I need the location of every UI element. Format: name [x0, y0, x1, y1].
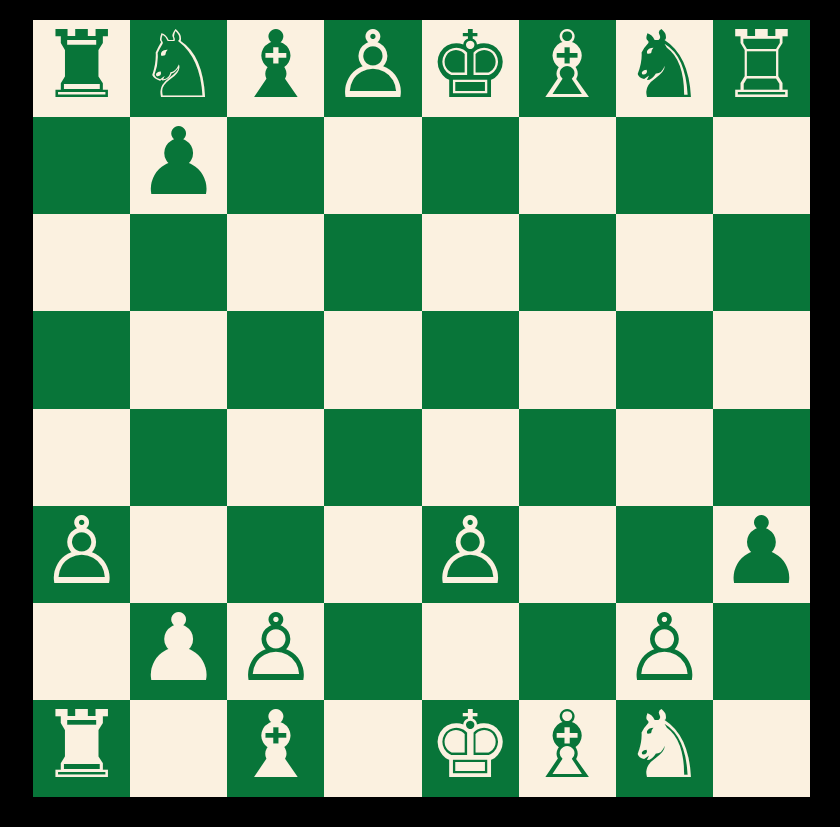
square-f5[interactable] — [519, 311, 616, 408]
square-e6[interactable] — [422, 214, 519, 311]
square-g2[interactable]: ♙ — [616, 603, 713, 700]
piece-black-pawn[interactable]: ♙ — [428, 506, 511, 598]
square-c2[interactable]: ♙ — [227, 603, 324, 700]
square-f7[interactable] — [519, 117, 616, 214]
square-a8[interactable]: ♜ — [33, 20, 130, 117]
square-a4[interactable] — [33, 409, 130, 506]
piece-black-knight[interactable]: ♞ — [623, 20, 706, 112]
piece-black-pawn[interactable]: ♙ — [331, 20, 414, 112]
square-c3[interactable] — [227, 506, 324, 603]
square-g8[interactable]: ♞ — [616, 20, 713, 117]
square-h6[interactable] — [713, 214, 810, 311]
square-a7[interactable] — [33, 117, 130, 214]
square-c5[interactable] — [227, 311, 324, 408]
square-f2[interactable] — [519, 603, 616, 700]
piece-black-king[interactable]: ♚ — [428, 20, 511, 112]
piece-black-pawn[interactable]: ♙ — [40, 506, 123, 598]
square-c8[interactable]: ♝ — [227, 20, 324, 117]
square-h2[interactable] — [713, 603, 810, 700]
piece-black-bishop[interactable]: ♝ — [234, 20, 317, 112]
square-d1[interactable] — [324, 700, 421, 797]
square-d5[interactable] — [324, 311, 421, 408]
square-f4[interactable] — [519, 409, 616, 506]
square-e2[interactable] — [422, 603, 519, 700]
square-h3[interactable]: ♟ — [713, 506, 810, 603]
square-g7[interactable] — [616, 117, 713, 214]
square-b1[interactable] — [130, 700, 227, 797]
square-g6[interactable] — [616, 214, 713, 311]
square-e7[interactable] — [422, 117, 519, 214]
piece-black-knight[interactable]: ♘ — [137, 20, 220, 112]
square-b6[interactable] — [130, 214, 227, 311]
square-b5[interactable] — [130, 311, 227, 408]
piece-white-pawn[interactable]: ♙ — [234, 603, 317, 695]
square-b2[interactable]: ♟ — [130, 603, 227, 700]
square-h1[interactable] — [713, 700, 810, 797]
piece-white-knight[interactable]: ♞ — [623, 700, 706, 792]
square-d8[interactable]: ♙ — [324, 20, 421, 117]
piece-black-pawn[interactable]: ♟ — [137, 117, 220, 209]
square-c1[interactable]: ♝ — [227, 700, 324, 797]
square-e1[interactable]: ♚ — [422, 700, 519, 797]
piece-white-king[interactable]: ♚ — [428, 700, 511, 792]
square-a1[interactable]: ♜ — [33, 700, 130, 797]
square-g4[interactable] — [616, 409, 713, 506]
square-f8[interactable]: ♗ — [519, 20, 616, 117]
square-d6[interactable] — [324, 214, 421, 311]
square-d2[interactable] — [324, 603, 421, 700]
piece-white-rook[interactable]: ♜ — [40, 700, 123, 792]
square-h7[interactable] — [713, 117, 810, 214]
square-f3[interactable] — [519, 506, 616, 603]
square-e8[interactable]: ♚ — [422, 20, 519, 117]
square-d3[interactable] — [324, 506, 421, 603]
piece-white-bishop[interactable]: ♗ — [526, 700, 609, 792]
piece-black-pawn[interactable]: ♟ — [720, 506, 803, 598]
square-b4[interactable] — [130, 409, 227, 506]
square-g3[interactable] — [616, 506, 713, 603]
piece-black-bishop[interactable]: ♗ — [526, 20, 609, 112]
piece-white-pawn[interactable]: ♟ — [137, 603, 220, 695]
square-e4[interactable] — [422, 409, 519, 506]
square-a3[interactable]: ♙ — [33, 506, 130, 603]
square-c6[interactable] — [227, 214, 324, 311]
square-b7[interactable]: ♟ — [130, 117, 227, 214]
square-a6[interactable] — [33, 214, 130, 311]
square-b8[interactable]: ♘ — [130, 20, 227, 117]
square-h4[interactable] — [713, 409, 810, 506]
piece-black-rook[interactable]: ♜ — [40, 20, 123, 112]
square-e3[interactable]: ♙ — [422, 506, 519, 603]
square-b3[interactable] — [130, 506, 227, 603]
square-g5[interactable] — [616, 311, 713, 408]
square-e5[interactable] — [422, 311, 519, 408]
square-d4[interactable] — [324, 409, 421, 506]
square-f6[interactable] — [519, 214, 616, 311]
square-d7[interactable] — [324, 117, 421, 214]
square-c7[interactable] — [227, 117, 324, 214]
square-a5[interactable] — [33, 311, 130, 408]
square-h8[interactable]: ♖ — [713, 20, 810, 117]
square-h5[interactable] — [713, 311, 810, 408]
square-a2[interactable] — [33, 603, 130, 700]
square-g1[interactable]: ♞ — [616, 700, 713, 797]
square-f1[interactable]: ♗ — [519, 700, 616, 797]
piece-white-bishop[interactable]: ♝ — [234, 700, 317, 792]
piece-black-rook[interactable]: ♖ — [720, 20, 803, 112]
chess-board: ♜♘♝♙♚♗♞♖♟♙♙♟♟♙♙♜♝♚♗♞ — [33, 20, 810, 797]
piece-white-pawn[interactable]: ♙ — [623, 603, 706, 695]
square-c4[interactable] — [227, 409, 324, 506]
